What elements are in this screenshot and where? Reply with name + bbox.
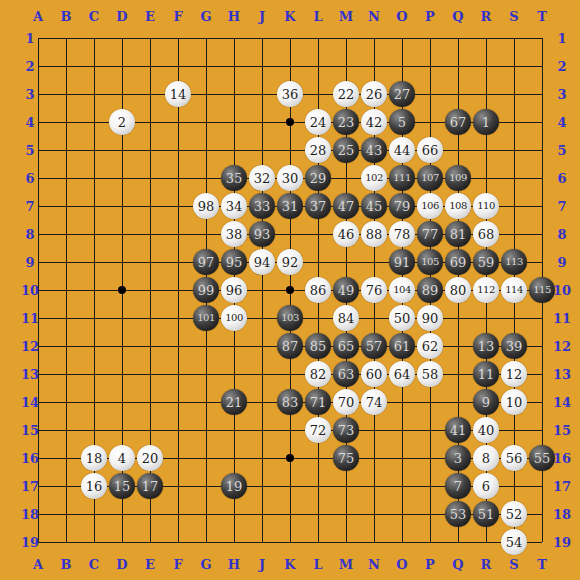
intersection-B1[interactable] [52,24,80,52]
intersection-J5[interactable] [248,136,276,164]
intersection-S13[interactable]: 12 [500,360,528,388]
intersection-R3[interactable] [472,80,500,108]
intersection-O3[interactable]: 27 [388,80,416,108]
intersection-C5[interactable] [80,136,108,164]
intersection-E16[interactable]: 20 [136,444,164,472]
intersection-L11[interactable] [304,304,332,332]
intersection-R7[interactable]: 110 [472,192,500,220]
intersection-L13[interactable]: 82 [304,360,332,388]
intersection-P9[interactable]: 105 [416,248,444,276]
intersection-D2[interactable] [108,52,136,80]
intersection-M15[interactable]: 73 [332,416,360,444]
intersection-H17[interactable]: 19 [220,472,248,500]
intersection-D7[interactable] [108,192,136,220]
intersection-S14[interactable]: 10 [500,388,528,416]
intersection-H8[interactable]: 38 [220,220,248,248]
intersection-D10[interactable] [108,276,136,304]
intersection-N16[interactable] [360,444,388,472]
intersection-B15[interactable] [52,416,80,444]
intersection-R11[interactable] [472,304,500,332]
intersection-O11[interactable]: 50 [388,304,416,332]
intersection-O9[interactable]: 91 [388,248,416,276]
intersection-C19[interactable] [80,528,108,556]
intersection-G2[interactable] [192,52,220,80]
intersection-G19[interactable] [192,528,220,556]
intersection-P18[interactable] [416,500,444,528]
intersection-M7[interactable]: 47 [332,192,360,220]
intersection-G8[interactable] [192,220,220,248]
intersection-B10[interactable] [52,276,80,304]
intersection-N1[interactable] [360,24,388,52]
intersection-A14[interactable] [24,388,52,416]
intersection-O6[interactable]: 111 [388,164,416,192]
intersection-A16[interactable] [24,444,52,472]
intersection-R19[interactable] [472,528,500,556]
intersection-B3[interactable] [52,80,80,108]
intersection-J8[interactable]: 93 [248,220,276,248]
intersection-A5[interactable] [24,136,52,164]
intersection-F8[interactable] [164,220,192,248]
intersection-M5[interactable]: 25 [332,136,360,164]
intersection-O17[interactable] [388,472,416,500]
intersection-Q4[interactable]: 67 [444,108,472,136]
intersection-J10[interactable] [248,276,276,304]
intersection-F19[interactable] [164,528,192,556]
intersection-C9[interactable] [80,248,108,276]
intersection-E5[interactable] [136,136,164,164]
intersection-N17[interactable] [360,472,388,500]
intersection-O12[interactable]: 61 [388,332,416,360]
intersection-P16[interactable] [416,444,444,472]
intersection-P19[interactable] [416,528,444,556]
intersection-B19[interactable] [52,528,80,556]
intersection-B8[interactable] [52,220,80,248]
intersection-M17[interactable] [332,472,360,500]
intersection-B16[interactable] [52,444,80,472]
intersection-F1[interactable] [164,24,192,52]
intersection-O2[interactable] [388,52,416,80]
intersection-B6[interactable] [52,164,80,192]
intersection-R12[interactable]: 13 [472,332,500,360]
intersection-B12[interactable] [52,332,80,360]
intersection-T2[interactable] [528,52,556,80]
intersection-E2[interactable] [136,52,164,80]
intersection-J14[interactable] [248,388,276,416]
intersection-L3[interactable] [304,80,332,108]
intersection-C4[interactable] [80,108,108,136]
intersection-N15[interactable] [360,416,388,444]
intersection-R16[interactable]: 8 [472,444,500,472]
intersection-Q10[interactable]: 80 [444,276,472,304]
intersection-C8[interactable] [80,220,108,248]
intersection-T6[interactable] [528,164,556,192]
intersection-S12[interactable]: 39 [500,332,528,360]
intersection-C18[interactable] [80,500,108,528]
intersection-C6[interactable] [80,164,108,192]
intersection-J15[interactable] [248,416,276,444]
intersection-H19[interactable] [220,528,248,556]
intersection-K13[interactable] [276,360,304,388]
intersection-F15[interactable] [164,416,192,444]
intersection-B4[interactable] [52,108,80,136]
intersection-G13[interactable] [192,360,220,388]
intersection-L9[interactable] [304,248,332,276]
intersection-T13[interactable] [528,360,556,388]
intersection-Q14[interactable] [444,388,472,416]
intersection-R18[interactable]: 51 [472,500,500,528]
intersection-N8[interactable]: 88 [360,220,388,248]
intersection-S10[interactable]: 114 [500,276,528,304]
intersection-A7[interactable] [24,192,52,220]
intersection-C16[interactable]: 18 [80,444,108,472]
intersection-Q2[interactable] [444,52,472,80]
intersection-B9[interactable] [52,248,80,276]
intersection-J2[interactable] [248,52,276,80]
intersection-N11[interactable] [360,304,388,332]
intersection-H14[interactable]: 21 [220,388,248,416]
intersection-R6[interactable] [472,164,500,192]
intersection-F4[interactable] [164,108,192,136]
intersection-G5[interactable] [192,136,220,164]
intersection-R15[interactable]: 40 [472,416,500,444]
intersection-M11[interactable]: 84 [332,304,360,332]
intersection-P1[interactable] [416,24,444,52]
intersection-E3[interactable] [136,80,164,108]
intersection-S11[interactable] [500,304,528,332]
intersection-P11[interactable]: 90 [416,304,444,332]
intersection-E9[interactable] [136,248,164,276]
intersection-S19[interactable]: 54 [500,528,528,556]
intersection-J6[interactable]: 32 [248,164,276,192]
intersection-P2[interactable] [416,52,444,80]
intersection-T15[interactable] [528,416,556,444]
intersection-A3[interactable] [24,80,52,108]
intersection-L15[interactable]: 72 [304,416,332,444]
intersection-S8[interactable] [500,220,528,248]
intersection-L8[interactable] [304,220,332,248]
intersection-H16[interactable] [220,444,248,472]
intersection-G3[interactable] [192,80,220,108]
intersection-H11[interactable]: 100 [220,304,248,332]
intersection-S3[interactable] [500,80,528,108]
intersection-S4[interactable] [500,108,528,136]
intersection-A4[interactable] [24,108,52,136]
intersection-G6[interactable] [192,164,220,192]
intersection-E14[interactable] [136,388,164,416]
intersection-G17[interactable] [192,472,220,500]
intersection-Q15[interactable]: 41 [444,416,472,444]
intersection-F2[interactable] [164,52,192,80]
intersection-J18[interactable] [248,500,276,528]
intersection-N12[interactable]: 57 [360,332,388,360]
intersection-S7[interactable] [500,192,528,220]
intersection-D12[interactable] [108,332,136,360]
intersection-G10[interactable]: 99 [192,276,220,304]
intersection-C17[interactable]: 16 [80,472,108,500]
intersection-B18[interactable] [52,500,80,528]
intersection-D3[interactable] [108,80,136,108]
intersection-E4[interactable] [136,108,164,136]
intersection-K5[interactable] [276,136,304,164]
intersection-J11[interactable] [248,304,276,332]
intersection-N5[interactable]: 43 [360,136,388,164]
intersection-E10[interactable] [136,276,164,304]
intersection-M13[interactable]: 63 [332,360,360,388]
intersection-O15[interactable] [388,416,416,444]
intersection-R8[interactable]: 68 [472,220,500,248]
intersection-R10[interactable]: 112 [472,276,500,304]
intersection-D11[interactable] [108,304,136,332]
intersection-A18[interactable] [24,500,52,528]
intersection-C2[interactable] [80,52,108,80]
intersection-B14[interactable] [52,388,80,416]
intersection-S15[interactable] [500,416,528,444]
intersection-Q19[interactable] [444,528,472,556]
intersection-F9[interactable] [164,248,192,276]
intersection-T4[interactable] [528,108,556,136]
intersection-G9[interactable]: 97 [192,248,220,276]
intersection-D19[interactable] [108,528,136,556]
intersection-D18[interactable] [108,500,136,528]
intersection-M1[interactable] [332,24,360,52]
intersection-H10[interactable]: 96 [220,276,248,304]
intersection-K4[interactable] [276,108,304,136]
intersection-A13[interactable] [24,360,52,388]
intersection-D13[interactable] [108,360,136,388]
intersection-O8[interactable]: 78 [388,220,416,248]
intersection-H7[interactable]: 34 [220,192,248,220]
intersection-M10[interactable]: 49 [332,276,360,304]
intersection-P5[interactable]: 66 [416,136,444,164]
intersection-T7[interactable] [528,192,556,220]
intersection-E11[interactable] [136,304,164,332]
intersection-F11[interactable] [164,304,192,332]
intersection-F5[interactable] [164,136,192,164]
intersection-G1[interactable] [192,24,220,52]
intersection-N18[interactable] [360,500,388,528]
intersection-H5[interactable] [220,136,248,164]
intersection-E8[interactable] [136,220,164,248]
intersection-C15[interactable] [80,416,108,444]
intersection-H12[interactable] [220,332,248,360]
intersection-D17[interactable]: 15 [108,472,136,500]
intersection-A11[interactable] [24,304,52,332]
intersection-L4[interactable]: 24 [304,108,332,136]
intersection-M2[interactable] [332,52,360,80]
intersection-Q17[interactable]: 7 [444,472,472,500]
intersection-R13[interactable]: 11 [472,360,500,388]
intersection-L5[interactable]: 28 [304,136,332,164]
intersection-K3[interactable]: 36 [276,80,304,108]
intersection-S1[interactable] [500,24,528,52]
intersection-D1[interactable] [108,24,136,52]
intersection-A15[interactable] [24,416,52,444]
intersection-D8[interactable] [108,220,136,248]
intersection-B7[interactable] [52,192,80,220]
intersection-R4[interactable]: 1 [472,108,500,136]
intersection-L2[interactable] [304,52,332,80]
intersection-P10[interactable]: 89 [416,276,444,304]
intersection-T10[interactable]: 115 [528,276,556,304]
intersection-J13[interactable] [248,360,276,388]
intersection-C14[interactable] [80,388,108,416]
intersection-C13[interactable] [80,360,108,388]
intersection-F14[interactable] [164,388,192,416]
intersection-E19[interactable] [136,528,164,556]
intersection-K11[interactable]: 103 [276,304,304,332]
intersection-M6[interactable] [332,164,360,192]
intersection-F10[interactable] [164,276,192,304]
intersection-H6[interactable]: 35 [220,164,248,192]
intersection-L16[interactable] [304,444,332,472]
intersection-H2[interactable] [220,52,248,80]
intersection-Q12[interactable] [444,332,472,360]
intersection-T12[interactable] [528,332,556,360]
intersection-E18[interactable] [136,500,164,528]
intersection-O7[interactable]: 79 [388,192,416,220]
intersection-F16[interactable] [164,444,192,472]
intersection-S6[interactable] [500,164,528,192]
intersection-L17[interactable] [304,472,332,500]
intersection-K19[interactable] [276,528,304,556]
intersection-F17[interactable] [164,472,192,500]
intersection-L18[interactable] [304,500,332,528]
intersection-L7[interactable]: 37 [304,192,332,220]
intersection-R5[interactable] [472,136,500,164]
intersection-P6[interactable]: 107 [416,164,444,192]
intersection-J7[interactable]: 33 [248,192,276,220]
intersection-K17[interactable] [276,472,304,500]
intersection-N4[interactable]: 42 [360,108,388,136]
intersection-D4[interactable]: 2 [108,108,136,136]
intersection-Q13[interactable] [444,360,472,388]
intersection-M8[interactable]: 46 [332,220,360,248]
intersection-N13[interactable]: 60 [360,360,388,388]
intersection-B11[interactable] [52,304,80,332]
intersection-T1[interactable] [528,24,556,52]
intersection-L10[interactable]: 86 [304,276,332,304]
intersection-E13[interactable] [136,360,164,388]
intersection-M19[interactable] [332,528,360,556]
intersection-G12[interactable] [192,332,220,360]
intersection-A1[interactable] [24,24,52,52]
intersection-O13[interactable]: 64 [388,360,416,388]
intersection-M14[interactable]: 70 [332,388,360,416]
intersection-K16[interactable] [276,444,304,472]
intersection-M4[interactable]: 23 [332,108,360,136]
intersection-N9[interactable] [360,248,388,276]
intersection-K9[interactable]: 92 [276,248,304,276]
intersection-C10[interactable] [80,276,108,304]
intersection-R2[interactable] [472,52,500,80]
intersection-N10[interactable]: 76 [360,276,388,304]
intersection-O16[interactable] [388,444,416,472]
intersection-P8[interactable]: 77 [416,220,444,248]
intersection-G18[interactable] [192,500,220,528]
intersection-A12[interactable] [24,332,52,360]
intersection-J1[interactable] [248,24,276,52]
intersection-D6[interactable] [108,164,136,192]
intersection-T19[interactable] [528,528,556,556]
intersection-P15[interactable] [416,416,444,444]
intersection-T3[interactable] [528,80,556,108]
intersection-N7[interactable]: 45 [360,192,388,220]
intersection-N6[interactable]: 102 [360,164,388,192]
intersection-T17[interactable] [528,472,556,500]
intersection-L12[interactable]: 85 [304,332,332,360]
intersection-Q6[interactable]: 109 [444,164,472,192]
intersection-B17[interactable] [52,472,80,500]
intersection-O14[interactable] [388,388,416,416]
intersection-F12[interactable] [164,332,192,360]
intersection-P12[interactable]: 62 [416,332,444,360]
intersection-F6[interactable] [164,164,192,192]
intersection-Q3[interactable] [444,80,472,108]
intersection-T14[interactable] [528,388,556,416]
intersection-Q8[interactable]: 81 [444,220,472,248]
intersection-A17[interactable] [24,472,52,500]
intersection-L19[interactable] [304,528,332,556]
intersection-S2[interactable] [500,52,528,80]
intersection-A10[interactable] [24,276,52,304]
intersection-M3[interactable]: 22 [332,80,360,108]
intersection-M9[interactable] [332,248,360,276]
intersection-Q9[interactable]: 69 [444,248,472,276]
intersection-T5[interactable] [528,136,556,164]
intersection-A2[interactable] [24,52,52,80]
intersection-Q7[interactable]: 108 [444,192,472,220]
intersection-E6[interactable] [136,164,164,192]
intersection-D16[interactable]: 4 [108,444,136,472]
intersection-C3[interactable] [80,80,108,108]
intersection-F7[interactable] [164,192,192,220]
intersection-F13[interactable] [164,360,192,388]
intersection-E1[interactable] [136,24,164,52]
intersection-J16[interactable] [248,444,276,472]
intersection-A19[interactable] [24,528,52,556]
intersection-T8[interactable] [528,220,556,248]
intersection-N14[interactable]: 74 [360,388,388,416]
intersection-H3[interactable] [220,80,248,108]
intersection-K7[interactable]: 31 [276,192,304,220]
intersection-M18[interactable] [332,500,360,528]
intersection-G7[interactable]: 98 [192,192,220,220]
intersection-Q16[interactable]: 3 [444,444,472,472]
intersection-R9[interactable]: 59 [472,248,500,276]
intersection-B13[interactable] [52,360,80,388]
intersection-T16[interactable]: 55 [528,444,556,472]
intersection-M16[interactable]: 75 [332,444,360,472]
intersection-P7[interactable]: 106 [416,192,444,220]
intersection-C12[interactable] [80,332,108,360]
intersection-E7[interactable] [136,192,164,220]
intersection-J17[interactable] [248,472,276,500]
intersection-K14[interactable]: 83 [276,388,304,416]
intersection-K12[interactable]: 87 [276,332,304,360]
intersection-H18[interactable] [220,500,248,528]
intersection-J3[interactable] [248,80,276,108]
intersection-L14[interactable]: 71 [304,388,332,416]
intersection-Q11[interactable] [444,304,472,332]
intersection-Q18[interactable]: 53 [444,500,472,528]
intersection-O10[interactable]: 104 [388,276,416,304]
intersection-K6[interactable]: 30 [276,164,304,192]
intersection-Q5[interactable] [444,136,472,164]
intersection-H15[interactable] [220,416,248,444]
intersection-S5[interactable] [500,136,528,164]
intersection-H1[interactable] [220,24,248,52]
intersection-G16[interactable] [192,444,220,472]
